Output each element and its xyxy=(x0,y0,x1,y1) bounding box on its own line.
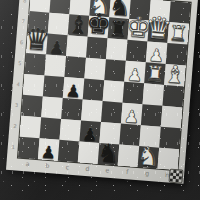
rank-label-6: 6 xyxy=(16,33,27,52)
square-h4 xyxy=(162,85,184,108)
square-f8 xyxy=(129,0,151,21)
square-d7: ♚ xyxy=(88,16,110,39)
file-label-a: a xyxy=(18,158,37,171)
square-c5 xyxy=(64,56,86,79)
file-label-e: e xyxy=(98,165,117,178)
square-a2 xyxy=(20,116,42,139)
square-f1 xyxy=(118,145,140,168)
square-f2 xyxy=(119,124,141,147)
square-c3 xyxy=(61,98,83,121)
file-label-f: f xyxy=(118,166,137,179)
square-f6 xyxy=(126,40,148,63)
square-e7: ♜ xyxy=(108,17,130,40)
square-h5: ♝ xyxy=(164,64,186,87)
corner-logo-checker-icon xyxy=(168,169,183,184)
square-e6 xyxy=(106,38,128,61)
square-g5: ♜ xyxy=(144,62,166,85)
chessboard-photo: 87654321 abcdefgh ♞♞♝♚♜♚♛♜♛♟♟♟♜♝♟♟♟♟♞♞ xyxy=(0,0,200,200)
piece-black-pawn: ♟ xyxy=(40,143,57,161)
square-g8 xyxy=(149,0,171,22)
square-c8 xyxy=(69,0,91,16)
piece-white-rook: ♜ xyxy=(168,23,188,45)
square-c4: ♟ xyxy=(63,77,85,100)
square-g6: ♟ xyxy=(146,41,168,64)
square-a6: ♛ xyxy=(26,32,48,55)
file-label-b: b xyxy=(38,160,57,173)
square-b4 xyxy=(43,75,65,98)
square-d8: ♞ xyxy=(89,0,111,17)
square-d6 xyxy=(86,37,108,60)
square-d4 xyxy=(83,79,105,102)
square-g7: ♛ xyxy=(147,21,169,44)
piece-black-bishop: ♝ xyxy=(67,12,90,38)
board-squares: ♞♞♝♚♜♚♛♜♛♟♟♟♜♝♟♟♟♟♞♞ xyxy=(18,0,191,170)
square-e5 xyxy=(104,59,126,82)
chess-board: 87654321 abcdefgh ♞♞♝♚♜♚♛♜♛♟♟♟♜♝♟♟♟♟♞♞ xyxy=(6,0,198,184)
rank-label-1: 1 xyxy=(8,137,19,156)
square-f4 xyxy=(123,82,145,105)
square-g3 xyxy=(141,104,163,127)
square-g4 xyxy=(143,83,165,106)
square-b6: ♟ xyxy=(46,34,68,57)
square-d1 xyxy=(78,141,100,164)
piece-white-rook: ♜ xyxy=(145,63,165,85)
rank-label-8: 8 xyxy=(19,0,30,9)
square-f5: ♟ xyxy=(124,61,146,84)
square-f3: ♟ xyxy=(121,103,143,126)
square-e3 xyxy=(101,101,123,124)
square-g2 xyxy=(139,125,161,148)
square-e8: ♞ xyxy=(109,0,131,19)
piece-white-bishop: ♝ xyxy=(163,62,186,88)
square-c6 xyxy=(66,35,88,58)
square-b5 xyxy=(44,55,66,78)
square-a4 xyxy=(23,74,45,97)
square-b7 xyxy=(48,13,70,36)
square-d2: ♟ xyxy=(79,120,101,143)
square-b1: ♟ xyxy=(38,138,60,161)
rank-label-4: 4 xyxy=(13,75,24,94)
square-a1 xyxy=(18,137,40,160)
file-label-c: c xyxy=(58,161,77,174)
square-c7: ♝ xyxy=(68,14,90,37)
square-f7: ♚ xyxy=(128,19,150,42)
square-d3 xyxy=(81,100,103,123)
rank-label-7: 7 xyxy=(18,12,29,31)
rank-label-5: 5 xyxy=(15,54,26,73)
square-a5 xyxy=(25,53,47,76)
square-h1 xyxy=(158,148,180,171)
piece-black-rook: ♜ xyxy=(108,18,128,40)
square-h3 xyxy=(161,106,183,129)
square-e1: ♞ xyxy=(98,143,120,166)
rank-label-3: 3 xyxy=(11,96,22,115)
square-h2 xyxy=(159,127,181,150)
square-c2 xyxy=(59,119,81,142)
square-e2 xyxy=(99,122,121,145)
square-c1 xyxy=(58,140,80,163)
square-h8 xyxy=(169,1,191,24)
square-b2 xyxy=(40,117,62,140)
file-label-g: g xyxy=(138,168,157,181)
square-e4 xyxy=(103,80,125,103)
rank-label-2: 2 xyxy=(10,117,21,136)
square-h7: ♜ xyxy=(167,22,189,45)
file-label-d: d xyxy=(78,163,97,176)
square-a7 xyxy=(28,11,50,34)
square-a3 xyxy=(21,95,43,118)
square-d5 xyxy=(84,58,106,81)
square-b3 xyxy=(41,96,63,119)
square-h6 xyxy=(166,43,188,66)
square-g1: ♞ xyxy=(138,146,160,169)
